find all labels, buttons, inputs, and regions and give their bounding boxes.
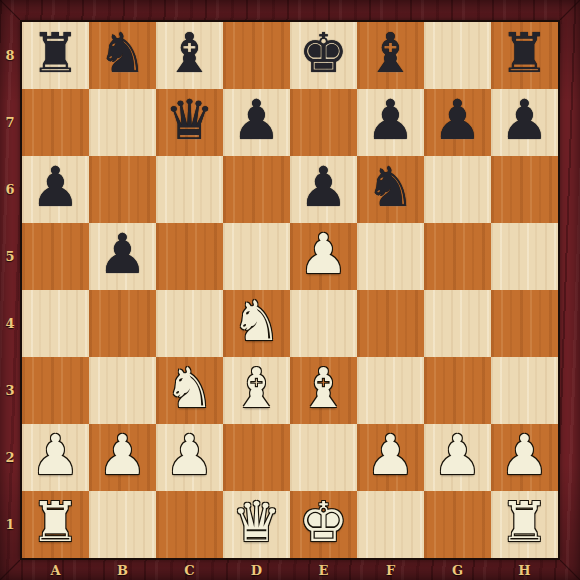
rank-label-2: 2 xyxy=(0,424,20,491)
rank-label-5: 5 xyxy=(0,223,20,290)
file-label-c: C xyxy=(156,560,223,580)
square-d6[interactable] xyxy=(223,156,290,223)
square-f1[interactable] xyxy=(357,491,424,558)
piece-white-p-h2[interactable]: ♟ xyxy=(500,428,549,483)
square-b7[interactable] xyxy=(89,89,156,156)
piece-white-b-d3[interactable]: ♝ xyxy=(232,361,281,416)
square-f3[interactable] xyxy=(357,357,424,424)
board-grid: ♜♞♝♚♝♜♛♟♟♟♟♟♟♞♟♟♞♞♝♝♟♟♟♟♟♟♜♛♚♜ xyxy=(20,20,560,560)
piece-black-n-b8[interactable]: ♞ xyxy=(98,26,147,81)
square-g4[interactable] xyxy=(424,290,491,357)
piece-black-k-e8[interactable]: ♚ xyxy=(299,26,348,81)
square-e2[interactable] xyxy=(290,424,357,491)
piece-white-b-e3[interactable]: ♝ xyxy=(299,361,348,416)
piece-black-n-f6[interactable]: ♞ xyxy=(366,160,415,215)
square-g6[interactable] xyxy=(424,156,491,223)
square-f2[interactable]: ♟ xyxy=(357,424,424,491)
square-c6[interactable] xyxy=(156,156,223,223)
piece-black-p-b5[interactable]: ♟ xyxy=(98,227,147,282)
square-a4[interactable] xyxy=(22,290,89,357)
square-b8[interactable]: ♞ xyxy=(89,22,156,89)
square-e8[interactable]: ♚ xyxy=(290,22,357,89)
file-label-d: D xyxy=(223,560,290,580)
piece-black-q-c7[interactable]: ♛ xyxy=(165,93,214,148)
square-f6[interactable]: ♞ xyxy=(357,156,424,223)
square-d2[interactable] xyxy=(223,424,290,491)
rank-label-1: 1 xyxy=(0,491,20,558)
square-a6[interactable]: ♟ xyxy=(22,156,89,223)
file-label-e: E xyxy=(290,560,357,580)
square-e5[interactable]: ♟ xyxy=(290,223,357,290)
square-f8[interactable]: ♝ xyxy=(357,22,424,89)
square-c7[interactable]: ♛ xyxy=(156,89,223,156)
piece-white-p-b2[interactable]: ♟ xyxy=(98,428,147,483)
square-a1[interactable]: ♜ xyxy=(22,491,89,558)
rank-label-3: 3 xyxy=(0,357,20,424)
square-h4[interactable] xyxy=(491,290,558,357)
square-h7[interactable]: ♟ xyxy=(491,89,558,156)
square-e3[interactable]: ♝ xyxy=(290,357,357,424)
piece-white-r-a1[interactable]: ♜ xyxy=(31,495,80,550)
square-c8[interactable]: ♝ xyxy=(156,22,223,89)
file-label-h: H xyxy=(491,560,558,580)
file-label-g: G xyxy=(424,560,491,580)
square-b3[interactable] xyxy=(89,357,156,424)
border-corner-top-right xyxy=(560,0,580,20)
piece-white-p-c2[interactable]: ♟ xyxy=(165,428,214,483)
piece-white-p-a2[interactable]: ♟ xyxy=(31,428,80,483)
square-g7[interactable]: ♟ xyxy=(424,89,491,156)
square-g5[interactable] xyxy=(424,223,491,290)
rank-labels: 87654321 xyxy=(0,22,20,558)
chess-board: 87654321 ABCDEFGH ♜♞♝♚♝♜♛♟♟♟♟♟♟♞♟♟♞♞♝♝♟♟… xyxy=(0,0,580,580)
square-e1[interactable]: ♚ xyxy=(290,491,357,558)
piece-black-b-c8[interactable]: ♝ xyxy=(165,26,214,81)
file-label-b: B xyxy=(89,560,156,580)
square-h8[interactable]: ♜ xyxy=(491,22,558,89)
square-f5[interactable] xyxy=(357,223,424,290)
square-e6[interactable]: ♟ xyxy=(290,156,357,223)
piece-black-p-d7[interactable]: ♟ xyxy=(232,93,281,148)
square-h1[interactable]: ♜ xyxy=(491,491,558,558)
border-corner-bottom-left xyxy=(0,560,20,580)
square-c5[interactable] xyxy=(156,223,223,290)
square-c2[interactable]: ♟ xyxy=(156,424,223,491)
square-f4[interactable] xyxy=(357,290,424,357)
file-labels: ABCDEFGH xyxy=(22,560,558,580)
border-corner-bottom-right xyxy=(560,560,580,580)
piece-black-p-g7[interactable]: ♟ xyxy=(433,93,482,148)
file-label-f: F xyxy=(357,560,424,580)
square-e7[interactable] xyxy=(290,89,357,156)
square-h5[interactable] xyxy=(491,223,558,290)
square-a3[interactable] xyxy=(22,357,89,424)
square-d1[interactable]: ♛ xyxy=(223,491,290,558)
square-b2[interactable]: ♟ xyxy=(89,424,156,491)
square-d4[interactable]: ♞ xyxy=(223,290,290,357)
square-d3[interactable]: ♝ xyxy=(223,357,290,424)
square-d5[interactable] xyxy=(223,223,290,290)
square-b6[interactable] xyxy=(89,156,156,223)
file-label-a: A xyxy=(22,560,89,580)
square-c1[interactable] xyxy=(156,491,223,558)
square-h3[interactable] xyxy=(491,357,558,424)
square-d8[interactable] xyxy=(223,22,290,89)
square-g8[interactable] xyxy=(424,22,491,89)
square-h6[interactable] xyxy=(491,156,558,223)
square-a7[interactable] xyxy=(22,89,89,156)
square-a2[interactable]: ♟ xyxy=(22,424,89,491)
square-g1[interactable] xyxy=(424,491,491,558)
rank-label-8: 8 xyxy=(0,22,20,89)
rank-label-6: 6 xyxy=(0,156,20,223)
piece-black-p-a6[interactable]: ♟ xyxy=(31,160,80,215)
square-c4[interactable] xyxy=(156,290,223,357)
square-f7[interactable]: ♟ xyxy=(357,89,424,156)
square-h2[interactable]: ♟ xyxy=(491,424,558,491)
piece-black-r-h8[interactable]: ♜ xyxy=(500,26,549,81)
rank-label-7: 7 xyxy=(0,89,20,156)
piece-white-k-e1[interactable]: ♚ xyxy=(299,495,348,550)
square-e4[interactable] xyxy=(290,290,357,357)
piece-white-q-d1[interactable]: ♛ xyxy=(232,495,281,550)
piece-black-p-e6[interactable]: ♟ xyxy=(299,160,348,215)
square-b4[interactable] xyxy=(89,290,156,357)
square-c3[interactable]: ♞ xyxy=(156,357,223,424)
square-g3[interactable] xyxy=(424,357,491,424)
piece-white-p-g2[interactable]: ♟ xyxy=(433,428,482,483)
square-d7[interactable]: ♟ xyxy=(223,89,290,156)
piece-white-n-d4[interactable]: ♞ xyxy=(232,294,281,349)
square-a5[interactable] xyxy=(22,223,89,290)
piece-white-n-c3[interactable]: ♞ xyxy=(165,361,214,416)
border-corner-top-left xyxy=(0,0,20,20)
square-a8[interactable]: ♜ xyxy=(22,22,89,89)
rank-label-4: 4 xyxy=(0,290,20,357)
square-b5[interactable]: ♟ xyxy=(89,223,156,290)
piece-black-p-f7[interactable]: ♟ xyxy=(366,93,415,148)
piece-white-p-e5[interactable]: ♟ xyxy=(299,227,348,282)
square-b1[interactable] xyxy=(89,491,156,558)
piece-black-r-a8[interactable]: ♜ xyxy=(31,26,80,81)
piece-black-b-f8[interactable]: ♝ xyxy=(366,26,415,81)
piece-black-p-h7[interactable]: ♟ xyxy=(500,93,549,148)
piece-white-p-f2[interactable]: ♟ xyxy=(366,428,415,483)
piece-white-r-h1[interactable]: ♜ xyxy=(500,495,549,550)
square-g2[interactable]: ♟ xyxy=(424,424,491,491)
